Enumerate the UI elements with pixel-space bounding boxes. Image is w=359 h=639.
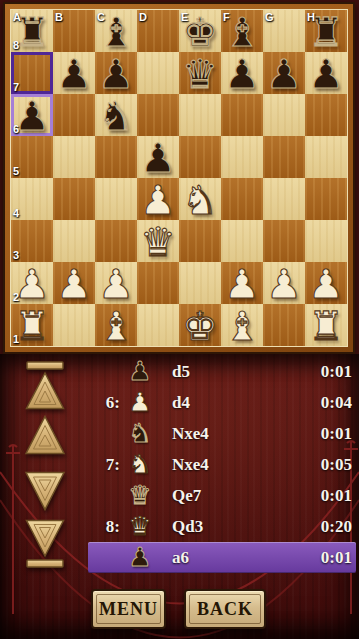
piece-white-pawn: ♟ bbox=[53, 262, 95, 304]
menu-button[interactable]: MENU bbox=[91, 589, 166, 629]
move-row[interactable]: ♟d50:01 bbox=[88, 356, 356, 387]
square-g5[interactable] bbox=[263, 136, 305, 178]
square-b1[interactable] bbox=[53, 304, 95, 346]
square-a3[interactable]: 3 bbox=[11, 220, 53, 262]
piece-white-pawn: ♟ bbox=[137, 178, 179, 220]
square-e1[interactable]: ♚ bbox=[179, 304, 221, 346]
square-d2[interactable] bbox=[137, 262, 179, 304]
square-g7[interactable]: ♟ bbox=[263, 52, 305, 94]
black-pawn-icon: ♟ bbox=[120, 356, 160, 387]
square-a4[interactable]: 4 bbox=[11, 178, 53, 220]
square-c8[interactable]: C♝ bbox=[95, 10, 137, 52]
square-d8[interactable]: D bbox=[137, 10, 179, 52]
move-time: 0:01 bbox=[296, 362, 356, 382]
square-g4[interactable] bbox=[263, 178, 305, 220]
chess-board: A8♜BC♝DE♚F♝GH♜7♟♟♛♟♟♟6♟♞5♟4♟♞3♛2♟♟♟♟♟♟1♜… bbox=[11, 10, 347, 346]
square-h8[interactable]: H♜ bbox=[305, 10, 347, 52]
square-d3[interactable]: ♛ bbox=[137, 220, 179, 262]
square-b7[interactable]: ♟ bbox=[53, 52, 95, 94]
white-knight-icon: ♞ bbox=[120, 449, 160, 480]
rank-label-4: 4 bbox=[13, 207, 19, 219]
rank-label-1: 1 bbox=[13, 333, 19, 345]
square-c1[interactable]: ♝ bbox=[95, 304, 137, 346]
piece-white-bishop: ♝ bbox=[95, 304, 137, 346]
square-c5[interactable] bbox=[95, 136, 137, 178]
piece-black-queen: ♛ bbox=[179, 52, 221, 94]
move-number: 7: bbox=[88, 455, 120, 475]
square-c6[interactable]: ♞ bbox=[95, 94, 137, 136]
square-c7[interactable]: ♟ bbox=[95, 52, 137, 94]
square-g1[interactable] bbox=[263, 304, 305, 346]
board-inner-border: A8♜BC♝DE♚F♝GH♜7♟♟♛♟♟♟6♟♞5♟4♟♞3♛2♟♟♟♟♟♟1♜… bbox=[10, 9, 348, 347]
move-number: 8: bbox=[88, 517, 120, 537]
square-h2[interactable]: ♟ bbox=[305, 262, 347, 304]
piece-white-bishop: ♝ bbox=[221, 304, 263, 346]
square-f7[interactable]: ♟ bbox=[221, 52, 263, 94]
square-f5[interactable] bbox=[221, 136, 263, 178]
piece-black-pawn: ♟ bbox=[53, 52, 95, 94]
piece-white-pawn: ♟ bbox=[95, 262, 137, 304]
square-a8[interactable]: A8♜ bbox=[11, 10, 53, 52]
square-b5[interactable] bbox=[53, 136, 95, 178]
square-g2[interactable]: ♟ bbox=[263, 262, 305, 304]
square-a6[interactable]: 6♟ bbox=[11, 94, 53, 136]
move-row[interactable]: ♛Qe70:01 bbox=[88, 480, 356, 511]
square-f2[interactable]: ♟ bbox=[221, 262, 263, 304]
square-c4[interactable] bbox=[95, 178, 137, 220]
move-time: 0:05 bbox=[296, 455, 356, 475]
piece-white-queen: ♛ bbox=[137, 220, 179, 262]
piece-black-pawn: ♟ bbox=[137, 136, 179, 178]
square-h5[interactable] bbox=[305, 136, 347, 178]
rank-label-2: 2 bbox=[13, 291, 19, 303]
triangle-down-bar-icon bbox=[24, 519, 66, 569]
file-label-a: A bbox=[13, 11, 21, 23]
menu-button-label: MENU bbox=[99, 599, 158, 620]
rank-label-6: 6 bbox=[13, 123, 19, 135]
white-pawn-icon: ♟ bbox=[120, 387, 160, 418]
move-text: Qe7 bbox=[160, 486, 296, 506]
square-e3[interactable] bbox=[179, 220, 221, 262]
square-e8[interactable]: E♚ bbox=[179, 10, 221, 52]
move-time: 0:01 bbox=[296, 424, 356, 444]
rank-label-5: 5 bbox=[13, 165, 19, 177]
triangle-up-bar-icon bbox=[24, 361, 66, 411]
move-time: 0:04 bbox=[296, 393, 356, 413]
square-h1[interactable]: ♜ bbox=[305, 304, 347, 346]
file-label-c: C bbox=[97, 11, 105, 23]
square-b2[interactable]: ♟ bbox=[53, 262, 95, 304]
file-label-f: F bbox=[223, 11, 230, 23]
move-row[interactable]: ♟a60:01 bbox=[88, 542, 356, 573]
square-e5[interactable] bbox=[179, 136, 221, 178]
square-g8[interactable]: G bbox=[263, 10, 305, 52]
square-a7[interactable]: 7 bbox=[11, 52, 53, 94]
piece-white-pawn: ♟ bbox=[305, 262, 347, 304]
piece-black-knight: ♞ bbox=[95, 94, 137, 136]
square-g6[interactable] bbox=[263, 94, 305, 136]
square-h4[interactable] bbox=[305, 178, 347, 220]
square-g3[interactable] bbox=[263, 220, 305, 262]
jump-to-end-button[interactable] bbox=[24, 519, 66, 569]
square-h3[interactable] bbox=[305, 220, 347, 262]
square-f8[interactable]: F♝ bbox=[221, 10, 263, 52]
move-row[interactable]: 7:♞Nxe40:05 bbox=[88, 449, 356, 480]
rank-label-8: 8 bbox=[13, 39, 19, 51]
triangle-up-icon bbox=[24, 414, 66, 456]
previous-move-button[interactable] bbox=[24, 414, 66, 456]
piece-white-king: ♚ bbox=[179, 304, 221, 346]
square-d5[interactable]: ♟ bbox=[137, 136, 179, 178]
move-time: 0:20 bbox=[296, 517, 356, 537]
square-f3[interactable] bbox=[221, 220, 263, 262]
move-row[interactable]: 8:♛Qd30:20 bbox=[88, 511, 356, 542]
piece-white-rook: ♜ bbox=[305, 304, 347, 346]
move-time: 0:01 bbox=[296, 486, 356, 506]
square-e6[interactable] bbox=[179, 94, 221, 136]
rank-label-3: 3 bbox=[13, 249, 19, 261]
square-b3[interactable] bbox=[53, 220, 95, 262]
black-pawn-icon: ♟ bbox=[120, 542, 160, 573]
white-queen-icon: ♛ bbox=[120, 511, 160, 542]
piece-black-pawn: ♟ bbox=[305, 52, 347, 94]
move-row[interactable]: 6:♟d40:04 bbox=[88, 387, 356, 418]
move-number: 6: bbox=[88, 393, 120, 413]
move-text: d5 bbox=[160, 362, 296, 382]
move-row[interactable]: ♞Nxe40:01 bbox=[88, 418, 356, 449]
square-b6[interactable] bbox=[53, 94, 95, 136]
next-move-button[interactable] bbox=[24, 470, 66, 512]
square-e4[interactable]: ♞ bbox=[179, 178, 221, 220]
back-button-label: BACK bbox=[197, 599, 253, 620]
board-frame: A8♜BC♝DE♚F♝GH♜7♟♟♛♟♟♟6♟♞5♟4♟♞3♛2♟♟♟♟♟♟1♜… bbox=[3, 2, 355, 354]
black-queen-icon: ♛ bbox=[120, 480, 160, 511]
square-e7[interactable]: ♛ bbox=[179, 52, 221, 94]
jump-to-start-button[interactable] bbox=[24, 361, 66, 411]
piece-white-knight: ♞ bbox=[179, 178, 221, 220]
square-d1[interactable] bbox=[137, 304, 179, 346]
square-d6[interactable] bbox=[137, 94, 179, 136]
square-e2[interactable] bbox=[179, 262, 221, 304]
square-f4[interactable] bbox=[221, 178, 263, 220]
move-time: 0:01 bbox=[296, 548, 356, 568]
square-h7[interactable]: ♟ bbox=[305, 52, 347, 94]
square-f1[interactable]: ♝ bbox=[221, 304, 263, 346]
file-label-h: H bbox=[307, 11, 315, 23]
rank-label-7: 7 bbox=[13, 81, 19, 93]
file-label-b: B bbox=[55, 11, 63, 23]
square-c3[interactable] bbox=[95, 220, 137, 262]
move-list: ♟d50:016:♟d40:04♞Nxe40:017:♞Nxe40:05♛Qe7… bbox=[88, 356, 356, 573]
square-d7[interactable] bbox=[137, 52, 179, 94]
move-text: d4 bbox=[160, 393, 296, 413]
square-a2[interactable]: 2♟ bbox=[11, 262, 53, 304]
chess-app-screen: A8♜BC♝DE♚F♝GH♜7♟♟♛♟♟♟6♟♞5♟4♟♞3♛2♟♟♟♟♟♟1♜… bbox=[0, 0, 359, 639]
piece-black-pawn: ♟ bbox=[221, 52, 263, 94]
square-b8[interactable]: B bbox=[53, 10, 95, 52]
square-h6[interactable] bbox=[305, 94, 347, 136]
square-c2[interactable]: ♟ bbox=[95, 262, 137, 304]
square-f6[interactable] bbox=[221, 94, 263, 136]
piece-black-pawn: ♟ bbox=[263, 52, 305, 94]
piece-white-pawn: ♟ bbox=[263, 262, 305, 304]
move-text: Nxe4 bbox=[160, 455, 296, 475]
back-button[interactable]: BACK bbox=[184, 589, 266, 629]
move-text: Nxe4 bbox=[160, 424, 296, 444]
black-knight-icon: ♞ bbox=[120, 418, 160, 449]
square-b4[interactable] bbox=[53, 178, 95, 220]
square-a5[interactable]: 5 bbox=[11, 136, 53, 178]
piece-black-pawn: ♟ bbox=[95, 52, 137, 94]
move-text: Qd3 bbox=[160, 517, 296, 537]
file-label-g: G bbox=[265, 11, 274, 23]
piece-white-pawn: ♟ bbox=[221, 262, 263, 304]
square-a1[interactable]: 1♜ bbox=[11, 304, 53, 346]
triangle-down-icon bbox=[24, 470, 66, 512]
file-label-e: E bbox=[181, 11, 188, 23]
file-label-d: D bbox=[139, 11, 147, 23]
move-text: a6 bbox=[160, 548, 296, 568]
square-d4[interactable]: ♟ bbox=[137, 178, 179, 220]
